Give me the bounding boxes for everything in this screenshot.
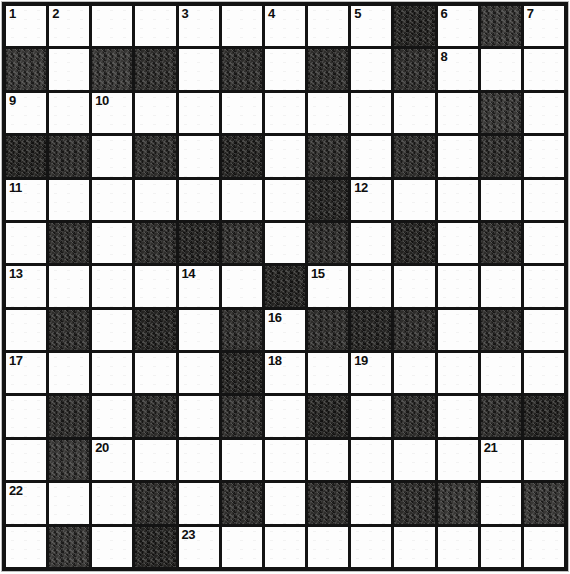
cell-r2c12[interactable]: [481, 49, 521, 89]
cell-r13c6[interactable]: [222, 527, 262, 567]
cell-r5c11[interactable]: [438, 180, 478, 220]
clue-number-21: 21: [484, 440, 497, 456]
block-cell-r2c10: [394, 49, 434, 89]
cell-r11c3[interactable]: 20: [92, 440, 132, 480]
cell-r8c1[interactable]: [6, 310, 46, 350]
cell-r9c7[interactable]: 18: [265, 353, 305, 393]
cell-r7c3[interactable]: [92, 266, 132, 306]
block-cell-r4c1: [6, 136, 46, 176]
cell-r12c2[interactable]: [49, 483, 89, 523]
cell-r8c3[interactable]: [92, 310, 132, 350]
cell-r9c11[interactable]: [438, 353, 478, 393]
cell-r8c7[interactable]: 16: [265, 310, 305, 350]
cell-r7c4[interactable]: [135, 266, 175, 306]
cell-r1c5[interactable]: 3: [179, 6, 219, 46]
cell-r11c10[interactable]: [394, 440, 434, 480]
block-cell-r6c6: [222, 223, 262, 263]
cell-r2c7[interactable]: [265, 49, 305, 89]
block-cell-r2c6: [222, 49, 262, 89]
clue-number-17: 17: [9, 353, 22, 369]
cell-r3c6[interactable]: [222, 93, 262, 133]
block-cell-r5c8: [308, 180, 348, 220]
cell-r10c7[interactable]: [265, 396, 305, 436]
cell-r4c7[interactable]: [265, 136, 305, 176]
cell-r5c9[interactable]: 12: [351, 180, 391, 220]
cell-r10c3[interactable]: [92, 396, 132, 436]
clue-number-22: 22: [9, 483, 22, 499]
cell-r4c3[interactable]: [92, 136, 132, 176]
cell-r7c6[interactable]: [222, 266, 262, 306]
cell-r1c1[interactable]: 1: [6, 6, 46, 46]
cell-r9c3[interactable]: [92, 353, 132, 393]
cell-r10c1[interactable]: [6, 396, 46, 436]
clue-number-3: 3: [182, 6, 189, 22]
block-cell-r6c12: [481, 223, 521, 263]
cell-r3c10[interactable]: [394, 93, 434, 133]
cell-r5c1[interactable]: 11: [6, 180, 46, 220]
block-cell-r7c7: [265, 266, 305, 306]
cell-r7c8[interactable]: 15: [308, 266, 348, 306]
crossword-scan-page: 1234567891011121314151617181920212223: [0, 0, 570, 574]
block-cell-r11c2: [49, 440, 89, 480]
cell-r1c13[interactable]: 7: [524, 6, 564, 46]
cell-r9c12[interactable]: [481, 353, 521, 393]
block-cell-r4c2: [49, 136, 89, 176]
cell-r2c2[interactable]: [49, 49, 89, 89]
cell-r6c13[interactable]: [524, 223, 564, 263]
block-cell-r10c8: [308, 396, 348, 436]
block-cell-r8c9: [351, 310, 391, 350]
cell-r9c5[interactable]: [179, 353, 219, 393]
block-cell-r1c10: [394, 6, 434, 46]
cell-r11c8[interactable]: [308, 440, 348, 480]
cell-r13c11[interactable]: [438, 527, 478, 567]
block-cell-r1c12: [481, 6, 521, 46]
block-cell-r4c6: [222, 136, 262, 176]
cell-r6c11[interactable]: [438, 223, 478, 263]
cell-r13c3[interactable]: [92, 527, 132, 567]
cell-r3c7[interactable]: [265, 93, 305, 133]
cell-r11c4[interactable]: [135, 440, 175, 480]
cell-r7c11[interactable]: [438, 266, 478, 306]
block-cell-r6c4: [135, 223, 175, 263]
cell-r5c5[interactable]: [179, 180, 219, 220]
clue-number-6: 6: [441, 6, 448, 22]
cell-r3c2[interactable]: [49, 93, 89, 133]
cell-r7c1[interactable]: 13: [6, 266, 46, 306]
cell-r11c6[interactable]: [222, 440, 262, 480]
cell-r10c9[interactable]: [351, 396, 391, 436]
block-cell-r10c12: [481, 396, 521, 436]
block-cell-r10c13: [524, 396, 564, 436]
cell-r12c1[interactable]: 22: [6, 483, 46, 523]
block-cell-r3c12: [481, 93, 521, 133]
block-cell-r8c4: [135, 310, 175, 350]
cell-r3c4[interactable]: [135, 93, 175, 133]
cell-r7c10[interactable]: [394, 266, 434, 306]
block-cell-r2c3: [92, 49, 132, 89]
block-cell-r4c8: [308, 136, 348, 176]
cell-r8c11[interactable]: [438, 310, 478, 350]
clue-number-13: 13: [9, 266, 22, 282]
cell-r5c7[interactable]: [265, 180, 305, 220]
cell-r8c5[interactable]: [179, 310, 219, 350]
block-cell-r13c4: [135, 527, 175, 567]
cell-r1c8[interactable]: [308, 6, 348, 46]
clue-number-19: 19: [354, 353, 367, 369]
block-cell-r12c6: [222, 483, 262, 523]
cell-r1c6[interactable]: [222, 6, 262, 46]
block-cell-r9c6: [222, 353, 262, 393]
cell-r10c11[interactable]: [438, 396, 478, 436]
clue-number-20: 20: [95, 440, 108, 456]
block-cell-r8c8: [308, 310, 348, 350]
cell-r13c10[interactable]: [394, 527, 434, 567]
block-cell-r12c13: [524, 483, 564, 523]
cell-r13c1[interactable]: [6, 527, 46, 567]
block-cell-r4c12: [481, 136, 521, 176]
cell-r11c7[interactable]: [265, 440, 305, 480]
block-cell-r2c4: [135, 49, 175, 89]
cell-r5c3[interactable]: [92, 180, 132, 220]
cell-r9c4[interactable]: [135, 353, 175, 393]
cell-r12c5[interactable]: [179, 483, 219, 523]
cell-r4c5[interactable]: [179, 136, 219, 176]
cell-r6c1[interactable]: [6, 223, 46, 263]
cell-r9c1[interactable]: 17: [6, 353, 46, 393]
cell-r12c12[interactable]: [481, 483, 521, 523]
clue-number-2: 2: [52, 6, 59, 22]
cell-r5c10[interactable]: [394, 180, 434, 220]
cell-r3c3[interactable]: 10: [92, 93, 132, 133]
crossword-board: 1234567891011121314151617181920212223: [2, 2, 568, 571]
cell-r13c5[interactable]: 23: [179, 527, 219, 567]
cell-r10c5[interactable]: [179, 396, 219, 436]
block-cell-r4c10: [394, 136, 434, 176]
cell-r12c3[interactable]: [92, 483, 132, 523]
cell-r1c2[interactable]: 2: [49, 6, 89, 46]
cell-r1c3[interactable]: [92, 6, 132, 46]
cell-r3c1[interactable]: 9: [6, 93, 46, 133]
cell-r11c11[interactable]: [438, 440, 478, 480]
block-cell-r10c2: [49, 396, 89, 436]
cell-r11c13[interactable]: [524, 440, 564, 480]
cell-r6c9[interactable]: [351, 223, 391, 263]
cell-r3c5[interactable]: [179, 93, 219, 133]
cell-r13c9[interactable]: [351, 527, 391, 567]
cell-r3c13[interactable]: [524, 93, 564, 133]
cell-r12c9[interactable]: [351, 483, 391, 523]
clue-number-12: 12: [354, 180, 367, 196]
cell-r7c5[interactable]: 14: [179, 266, 219, 306]
cell-r11c5[interactable]: [179, 440, 219, 480]
cell-r3c11[interactable]: [438, 93, 478, 133]
cell-r13c12[interactable]: [481, 527, 521, 567]
cell-r11c9[interactable]: [351, 440, 391, 480]
block-cell-r12c8: [308, 483, 348, 523]
block-cell-r12c4: [135, 483, 175, 523]
block-cell-r12c11: [438, 483, 478, 523]
cell-r1c9[interactable]: 5: [351, 6, 391, 46]
cell-r5c4[interactable]: [135, 180, 175, 220]
block-cell-r10c6: [222, 396, 262, 436]
clue-number-16: 16: [268, 310, 281, 326]
cell-r4c13[interactable]: [524, 136, 564, 176]
cell-r9c8[interactable]: [308, 353, 348, 393]
cell-r6c7[interactable]: [265, 223, 305, 263]
block-cell-r2c1: [6, 49, 46, 89]
cell-r9c2[interactable]: [49, 353, 89, 393]
cell-r1c7[interactable]: 4: [265, 6, 305, 46]
block-cell-r6c8: [308, 223, 348, 263]
block-cell-r6c2: [49, 223, 89, 263]
clue-number-15: 15: [311, 266, 324, 282]
cell-r13c13[interactable]: [524, 527, 564, 567]
block-cell-r2c8: [308, 49, 348, 89]
cell-r4c11[interactable]: [438, 136, 478, 176]
clue-number-4: 4: [268, 6, 275, 22]
clue-number-8: 8: [441, 49, 448, 65]
block-cell-r6c10: [394, 223, 434, 263]
cell-r3c9[interactable]: [351, 93, 391, 133]
cell-r2c9[interactable]: [351, 49, 391, 89]
block-cell-r8c6: [222, 310, 262, 350]
block-cell-r4c4: [135, 136, 175, 176]
clue-number-1: 1: [9, 6, 16, 22]
clue-number-23: 23: [182, 527, 195, 543]
clue-number-9: 9: [9, 93, 16, 109]
block-cell-r12c10: [394, 483, 434, 523]
block-cell-r10c4: [135, 396, 175, 436]
clue-number-7: 7: [527, 6, 534, 22]
cell-r7c2[interactable]: [49, 266, 89, 306]
cell-r5c13[interactable]: [524, 180, 564, 220]
cell-r4c9[interactable]: [351, 136, 391, 176]
block-cell-r8c2: [49, 310, 89, 350]
cell-r11c1[interactable]: [6, 440, 46, 480]
cell-r9c9[interactable]: 19: [351, 353, 391, 393]
block-cell-r13c2: [49, 527, 89, 567]
cell-r9c13[interactable]: [524, 353, 564, 393]
clue-number-11: 11: [9, 180, 22, 196]
clue-number-5: 5: [354, 6, 361, 22]
cell-r13c7[interactable]: [265, 527, 305, 567]
block-cell-r10c10: [394, 396, 434, 436]
block-cell-r6c5: [179, 223, 219, 263]
cell-r2c13[interactable]: [524, 49, 564, 89]
cell-r7c12[interactable]: [481, 266, 521, 306]
cell-r8c13[interactable]: [524, 310, 564, 350]
cell-r1c11[interactable]: 6: [438, 6, 478, 46]
cell-r12c7[interactable]: [265, 483, 305, 523]
clue-number-14: 14: [182, 266, 195, 282]
cell-r7c9[interactable]: [351, 266, 391, 306]
cell-r3c8[interactable]: [308, 93, 348, 133]
block-cell-r8c10: [394, 310, 434, 350]
cell-r11c12[interactable]: 21: [481, 440, 521, 480]
cell-r2c5[interactable]: [179, 49, 219, 89]
cell-r5c2[interactable]: [49, 180, 89, 220]
block-cell-r8c12: [481, 310, 521, 350]
cell-r13c8[interactable]: [308, 527, 348, 567]
cell-r6c3[interactable]: [92, 223, 132, 263]
cell-r7c13[interactable]: [524, 266, 564, 306]
cell-r9c10[interactable]: [394, 353, 434, 393]
clue-number-10: 10: [95, 93, 108, 109]
cell-r5c6[interactable]: [222, 180, 262, 220]
cell-r2c11[interactable]: 8: [438, 49, 478, 89]
clue-number-18: 18: [268, 353, 281, 369]
cell-r1c4[interactable]: [135, 6, 175, 46]
cell-r5c12[interactable]: [481, 180, 521, 220]
